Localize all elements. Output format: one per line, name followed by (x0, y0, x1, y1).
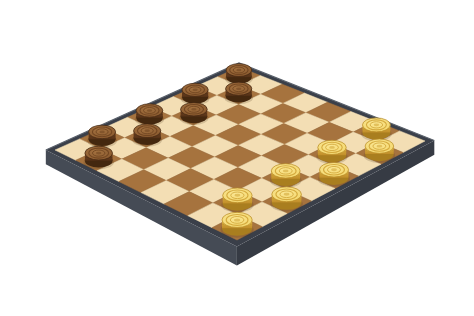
checker-piece-yellow (220, 212, 253, 237)
checker-piece-dark (87, 125, 117, 148)
checker-piece-dark (135, 104, 164, 126)
checker-piece-yellow (364, 139, 395, 163)
checker-piece-yellow (318, 162, 350, 186)
checker-piece-dark (224, 82, 253, 104)
checker-piece-dark (179, 103, 208, 125)
checker-piece-yellow (270, 164, 302, 188)
checker-piece-dark (132, 124, 162, 147)
checker-piece-yellow (316, 140, 347, 164)
checker-piece-yellow (270, 187, 303, 212)
illustration-canvas (0, 0, 474, 316)
checker-piece-dark (84, 146, 114, 169)
checker-piece-yellow (361, 118, 392, 141)
checker-piece-yellow (221, 188, 253, 213)
checker-piece-dark (181, 83, 210, 105)
checkers-board (0, 0, 474, 316)
